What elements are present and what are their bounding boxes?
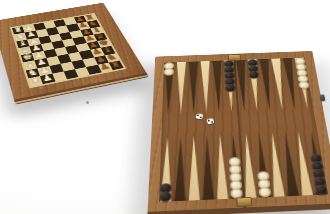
- backgammon-point[interactable]: [188, 61, 200, 113]
- checker-black[interactable]: [225, 84, 236, 92]
- backgammon-point[interactable]: [159, 137, 173, 202]
- checker-black[interactable]: [160, 191, 172, 202]
- die[interactable]: [206, 118, 214, 124]
- die[interactable]: [195, 113, 203, 119]
- case-foot: [40, 86, 43, 89]
- brass-hinge-icon: [236, 197, 252, 207]
- checker-white[interactable]: [164, 68, 174, 76]
- checker-black[interactable]: [314, 185, 328, 195]
- checker-stack: [257, 172, 271, 197]
- backgammon-case: [147, 51, 330, 214]
- metal-latch-icon: [319, 94, 325, 101]
- backgammon-point[interactable]: [200, 61, 213, 113]
- chess-case: ♜♟♟♜♞♟♟♞♝♟♟♝♛♟♟♛♚♟♟♚♝♟♟♝♞♟♟♞♜♟♟♜: [0, 3, 149, 105]
- backgammon-point[interactable]: [162, 62, 175, 115]
- checker-white[interactable]: [298, 81, 310, 89]
- product-photo-scene: ♜♟♟♜♞♟♟♞♝♟♟♝♛♟♟♛♚♟♟♚♝♟♟♝♞♟♟♞♜♟♟♜: [0, 0, 330, 214]
- backgammon-point[interactable]: [175, 62, 187, 115]
- checker-stack: [247, 60, 259, 78]
- backgammon-surface: [159, 58, 328, 202]
- case-foot: [86, 101, 89, 104]
- chess-board: ♜♟♟♜♞♟♟♞♝♟♟♝♛♟♟♛♚♟♟♚♝♟♟♝♞♟♟♞♜♟♟♜: [10, 13, 127, 88]
- backgammon-point[interactable]: [188, 135, 201, 200]
- backgammon-point[interactable]: [201, 135, 215, 200]
- brass-hinge-icon: [228, 54, 241, 61]
- checker-white[interactable]: [258, 187, 271, 198]
- checker-stack: [164, 63, 175, 75]
- backgammon-point[interactable]: [173, 136, 186, 201]
- chess-piece-white[interactable]: ♜: [29, 75, 42, 85]
- chess-piece-white[interactable]: ♟: [41, 73, 54, 83]
- checker-stack: [160, 184, 172, 201]
- checker-black[interactable]: [248, 71, 259, 79]
